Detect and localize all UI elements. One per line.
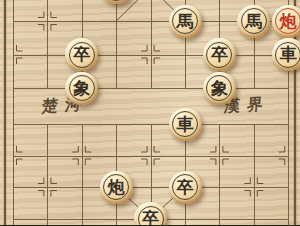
board-cell[interactable] <box>47 219 81 226</box>
board-cell[interactable] <box>219 124 253 156</box>
piece-character: 炮 <box>108 179 125 196</box>
board-cell[interactable] <box>13 124 47 156</box>
piece-character: 馬 <box>177 13 194 30</box>
board-cell[interactable] <box>116 124 150 156</box>
piece-character: 卒 <box>211 46 228 63</box>
piece-character: 卒 <box>142 210 159 225</box>
board-cell[interactable] <box>82 219 116 226</box>
board-cell[interactable] <box>116 21 150 55</box>
board-cell[interactable] <box>151 55 185 89</box>
board-cell[interactable] <box>219 156 253 188</box>
piece-character: 炮 <box>280 13 297 30</box>
board-cell[interactable] <box>13 55 47 89</box>
board-cell[interactable] <box>116 55 150 89</box>
piece-black-horse-f6r3[interactable]: 馬 <box>169 5 202 38</box>
piece-character: 象 <box>211 80 228 97</box>
board-cell[interactable] <box>219 187 253 219</box>
board-cell[interactable] <box>13 156 47 188</box>
board-cell[interactable] <box>82 124 116 156</box>
piece-black-elephant-f3r5[interactable]: 象 <box>65 72 98 105</box>
piece-black-cannon-f4r8[interactable]: 炮 <box>100 171 133 204</box>
board-cell[interactable] <box>13 219 47 226</box>
board-cell[interactable] <box>47 124 81 156</box>
board-cell[interactable] <box>47 0 81 21</box>
board-cell[interactable] <box>13 0 47 21</box>
board-cell[interactable] <box>254 219 288 226</box>
piece-black-horse-f8r3[interactable]: 馬 <box>237 5 270 38</box>
board-cell[interactable] <box>116 88 150 124</box>
board-cell[interactable] <box>13 187 47 219</box>
piece-character: 車 <box>177 116 194 133</box>
board-cell[interactable] <box>254 187 288 219</box>
piece-black-chariot-f9r4[interactable]: 車 <box>272 38 300 71</box>
board-cell[interactable] <box>185 219 219 226</box>
board-cell[interactable] <box>219 219 253 226</box>
xiangqi-board[interactable]: 楚河 漢界 馬馬炮卒卒車象象車炮卒卒 <box>0 0 300 225</box>
piece-character: 象 <box>73 80 90 97</box>
piece-character: 馬 <box>245 13 262 30</box>
board-cell[interactable] <box>47 187 81 219</box>
piece-red-cannon-f9r3[interactable]: 炮 <box>272 5 300 38</box>
board-cell[interactable] <box>254 156 288 188</box>
piece-character: 車 <box>280 46 297 63</box>
piece-black-soldier-f6r8[interactable]: 卒 <box>169 171 202 204</box>
piece-black-soldier-f7r4[interactable]: 卒 <box>203 38 236 71</box>
board-cell[interactable] <box>13 21 47 55</box>
piece-black-chariot-f6r6[interactable]: 車 <box>169 108 202 141</box>
board-cell[interactable] <box>47 156 81 188</box>
board-cell[interactable] <box>254 124 288 156</box>
piece-black-elephant-f7r5[interactable]: 象 <box>203 72 236 105</box>
piece-character: 卒 <box>73 46 90 63</box>
piece-character: 卒 <box>177 179 194 196</box>
